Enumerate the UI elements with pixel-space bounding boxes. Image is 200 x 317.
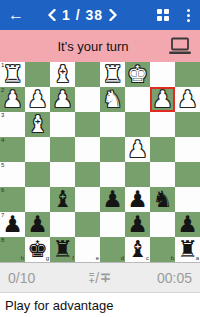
black-bishop[interactable]: ♝ — [50, 187, 75, 212]
black-king[interactable]: ♚ — [25, 237, 50, 262]
rank-label: 5 — [1, 162, 4, 169]
rank-label: 4 — [1, 137, 4, 144]
white-pawn[interactable]: ♟ — [175, 87, 200, 112]
square-d3[interactable] — [100, 112, 125, 137]
square-e2[interactable] — [75, 87, 100, 112]
square-a4[interactable] — [175, 137, 200, 162]
top-app-bar: ← 1 / 38 — [0, 0, 200, 30]
square-b8[interactable]: b — [150, 237, 175, 262]
square-c2[interactable] — [125, 87, 150, 112]
square-e6[interactable] — [75, 187, 100, 212]
file-label: b — [171, 255, 174, 262]
square-g6[interactable] — [25, 187, 50, 212]
file-label: h — [21, 255, 24, 262]
square-a3[interactable] — [175, 112, 200, 137]
square-a2[interactable]: ♟ — [175, 87, 200, 112]
white-rook[interactable]: ♜ — [0, 62, 25, 87]
square-e1[interactable] — [75, 62, 100, 87]
square-g7[interactable]: ♟ — [25, 212, 50, 237]
task-text: Play for advantage — [5, 298, 113, 313]
square-a5[interactable] — [175, 162, 200, 187]
square-g5[interactable] — [25, 162, 50, 187]
square-b7[interactable] — [150, 212, 175, 237]
square-f3[interactable] — [50, 112, 75, 137]
white-bishop[interactable]: ♝ — [25, 112, 50, 137]
square-g2[interactable]: ♟ — [25, 87, 50, 112]
square-d2[interactable]: ♞ — [100, 87, 125, 112]
overflow-menu-icon[interactable] — [185, 7, 192, 24]
square-e4[interactable] — [75, 137, 100, 162]
white-king[interactable]: ♚ — [125, 62, 150, 87]
black-pawn[interactable]: ♟ — [100, 187, 125, 212]
square-c6[interactable]: ♟ — [125, 187, 150, 212]
square-f2[interactable]: ♟ — [50, 87, 75, 112]
black-bishop[interactable]: ♝ — [125, 237, 150, 262]
puzzle-pager: 1 / 38 — [48, 7, 117, 23]
black-knight[interactable]: ♞ — [150, 187, 175, 212]
square-e7[interactable] — [75, 212, 100, 237]
square-f4[interactable] — [50, 137, 75, 162]
puzzle-counter: 1 / 38 — [62, 7, 103, 23]
prev-puzzle-icon[interactable] — [48, 9, 56, 21]
square-d8[interactable]: d — [100, 237, 125, 262]
turn-banner: It's your turn — [0, 30, 200, 62]
back-icon[interactable]: ← — [8, 0, 24, 30]
square-h2[interactable]: 2♟ — [0, 87, 25, 112]
task-bar: Play for advantage — [0, 292, 200, 317]
file-label: e — [96, 255, 99, 262]
status-bar: 0/10 = + / ∓ 00:05 — [0, 263, 200, 292]
evaluation-symbols: = + / ∓ — [58, 270, 142, 286]
rank-label: 3 — [1, 112, 4, 119]
file-label: d — [121, 255, 124, 262]
computer-icon — [168, 37, 192, 55]
square-b6[interactable]: ♞ — [150, 187, 175, 212]
square-b2[interactable]: ♟ — [150, 87, 175, 112]
black-pawn[interactable]: ♟ — [25, 212, 50, 237]
white-pawn[interactable]: ♟ — [152, 89, 173, 110]
square-c7[interactable]: ♟ — [125, 212, 150, 237]
square-d6[interactable]: ♟ — [100, 187, 125, 212]
square-g1[interactable] — [25, 62, 50, 87]
square-h7[interactable]: 7♟ — [0, 212, 25, 237]
square-a8[interactable]: a♜ — [175, 237, 200, 262]
rank-label: 6 — [1, 187, 4, 194]
square-h6[interactable]: 6 — [0, 187, 25, 212]
square-g8[interactable]: g♚ — [25, 237, 50, 262]
square-g4[interactable] — [25, 137, 50, 162]
square-h4[interactable]: 4 — [0, 137, 25, 162]
square-a1[interactable] — [175, 62, 200, 87]
square-h5[interactable]: 5 — [0, 162, 25, 187]
square-a6[interactable] — [175, 187, 200, 212]
square-f5[interactable] — [50, 162, 75, 187]
white-pawn[interactable]: ♟ — [50, 87, 75, 112]
puzzle-list-grid-icon[interactable] — [157, 9, 169, 21]
score-counter: 0/10 — [8, 270, 58, 286]
rank-label: 8 — [1, 237, 4, 244]
square-f1[interactable]: ♝ — [50, 62, 75, 87]
black-pawn[interactable]: ♟ — [0, 212, 25, 237]
black-rook[interactable]: ♜ — [175, 237, 200, 262]
black-rook[interactable]: ♜ — [50, 237, 75, 262]
square-c1[interactable]: ♚ — [125, 62, 150, 87]
topbar-actions — [157, 7, 192, 24]
square-c8[interactable]: c♝ — [125, 237, 150, 262]
square-c5[interactable] — [125, 162, 150, 187]
square-e3[interactable] — [75, 112, 100, 137]
square-e5[interactable] — [75, 162, 100, 187]
square-h3[interactable]: 3 — [0, 112, 25, 137]
chess-board: 1♜♝♜♚2♟♟♟♞♟♟3♝4♟56♝♟♟♞7♟♟♟♟8hg♚f♜edc♝ba♜ — [0, 62, 200, 263]
square-f7[interactable] — [50, 212, 75, 237]
square-b5[interactable] — [150, 162, 175, 187]
square-h8[interactable]: 8h — [0, 237, 25, 262]
white-pawn[interactable]: ♟ — [125, 137, 150, 162]
square-d7[interactable] — [100, 212, 125, 237]
white-pawn[interactable]: ♟ — [25, 87, 50, 112]
black-pawn[interactable]: ♟ — [125, 187, 150, 212]
square-d1[interactable]: ♜ — [100, 62, 125, 87]
black-pawn[interactable]: ♟ — [125, 212, 150, 237]
square-c4[interactable]: ♟ — [125, 137, 150, 162]
square-b1[interactable] — [150, 62, 175, 87]
square-a7[interactable]: ♟ — [175, 212, 200, 237]
square-b4[interactable] — [150, 137, 175, 162]
square-d4[interactable] — [100, 137, 125, 162]
square-b3[interactable] — [150, 112, 175, 137]
evaluation-separator: / — [95, 270, 99, 286]
square-c3[interactable] — [125, 112, 150, 137]
white-pawn[interactable]: ♟ — [0, 87, 25, 112]
evaluation-first-symbol: = + — [89, 272, 94, 284]
white-bishop[interactable]: ♝ — [50, 62, 75, 87]
black-pawn[interactable]: ♟ — [175, 212, 200, 237]
square-h1[interactable]: 1♜ — [0, 62, 25, 87]
timer: 00:05 — [142, 270, 192, 286]
square-d5[interactable] — [100, 162, 125, 187]
next-puzzle-icon[interactable] — [109, 9, 117, 21]
white-rook[interactable]: ♜ — [100, 62, 125, 87]
turn-banner-text: It's your turn — [57, 39, 128, 54]
square-e8[interactable]: e — [75, 237, 100, 262]
square-f8[interactable]: f♜ — [50, 237, 75, 262]
square-f6[interactable]: ♝ — [50, 187, 75, 212]
evaluation-second-symbol: ∓ — [100, 270, 111, 285]
white-knight[interactable]: ♞ — [100, 87, 125, 112]
square-g3[interactable]: ♝ — [25, 112, 50, 137]
